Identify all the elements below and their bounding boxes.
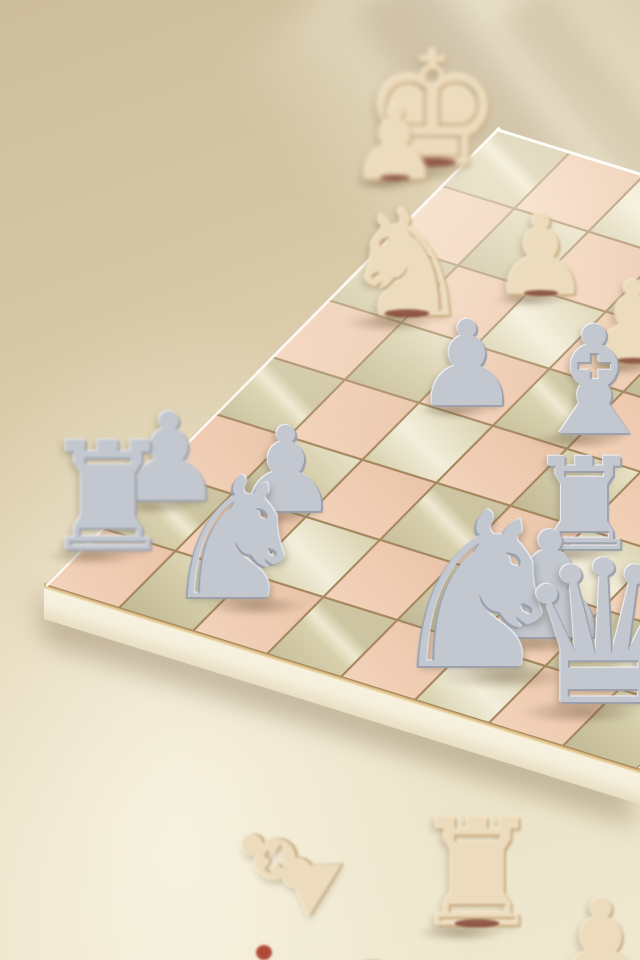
silver-knight-a2[interactable]: ♞ bbox=[161, 472, 312, 606]
captured-wood-rook[interactable]: ♜ bbox=[411, 815, 544, 933]
silver-queen-d5[interactable]: ♛ bbox=[514, 555, 640, 713]
silver-rook-a1[interactable]: ♜ bbox=[41, 437, 175, 557]
silver-bishop-f3[interactable]: ♝ bbox=[527, 321, 640, 441]
captured-wood-pawn[interactable]: ♟ bbox=[349, 103, 440, 185]
chess-photo-scene: ♜♟♞♟♟♝♜♟♞♛♞♟♟♚♟♝♜♟♟♟ bbox=[0, 0, 640, 960]
wood-pawn-g2[interactable]: ♟ bbox=[491, 211, 591, 301]
silver-pawn-e2[interactable]: ♟ bbox=[414, 317, 520, 411]
red-felt-base bbox=[256, 945, 272, 960]
pieces-layer: ♜♟♞♟♟♝♜♟♞♛♞♟♟♚♟♝♜♟♟♟ bbox=[0, 0, 640, 960]
